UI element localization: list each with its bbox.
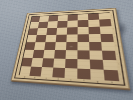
- rank-label: 8: [111, 14, 113, 17]
- square-e1[interactable]: [65, 68, 78, 79]
- file-label: e: [68, 79, 74, 82]
- square-g4[interactable]: [89, 42, 102, 50]
- file-label: f: [81, 79, 87, 82]
- square-d5[interactable]: [56, 35, 67, 43]
- square-h4[interactable]: [101, 42, 115, 51]
- rank-label: 5: [114, 36, 116, 40]
- square-f4[interactable]: [77, 42, 89, 50]
- square-g3[interactable]: [89, 50, 102, 59]
- square-h3[interactable]: [101, 51, 115, 60]
- square-d3[interactable]: [54, 50, 66, 59]
- chessboard: abcdefgh abcdefgh 87654321 87654321: [11, 8, 131, 90]
- square-d4[interactable]: [55, 42, 66, 50]
- square-f3[interactable]: [77, 50, 89, 59]
- square-h2[interactable]: [102, 60, 117, 70]
- rank-label: 1: [119, 73, 121, 78]
- file-label: d: [56, 78, 62, 80]
- square-e3[interactable]: [66, 50, 78, 59]
- rank-label: 6: [113, 28, 115, 31]
- square-g1[interactable]: [90, 69, 104, 80]
- file-label: a: [22, 76, 27, 78]
- board-field: [19, 13, 118, 81]
- file-label: h: [108, 81, 115, 84]
- square-e4[interactable]: [66, 42, 77, 50]
- file-label: c: [44, 77, 49, 79]
- square-c1[interactable]: [41, 67, 53, 77]
- square-f5[interactable]: [77, 34, 88, 42]
- square-h1[interactable]: [103, 69, 118, 80]
- square-e2[interactable]: [65, 59, 77, 69]
- rank-label: 2: [118, 63, 120, 68]
- square-d1[interactable]: [52, 67, 65, 77]
- photo: abcdefgh abcdefgh 87654321 87654321: [0, 0, 133, 100]
- square-g5[interactable]: [89, 34, 101, 42]
- rank-label: 3: [117, 53, 119, 57]
- rank-label: 7: [112, 21, 114, 24]
- square-h5[interactable]: [100, 34, 113, 42]
- file-label: g: [94, 80, 100, 83]
- square-f1[interactable]: [77, 68, 90, 79]
- file-label: b: [32, 76, 37, 78]
- square-e5[interactable]: [66, 35, 77, 43]
- rank-label: 4: [115, 44, 117, 48]
- square-f2[interactable]: [77, 59, 90, 69]
- square-g2[interactable]: [90, 59, 104, 69]
